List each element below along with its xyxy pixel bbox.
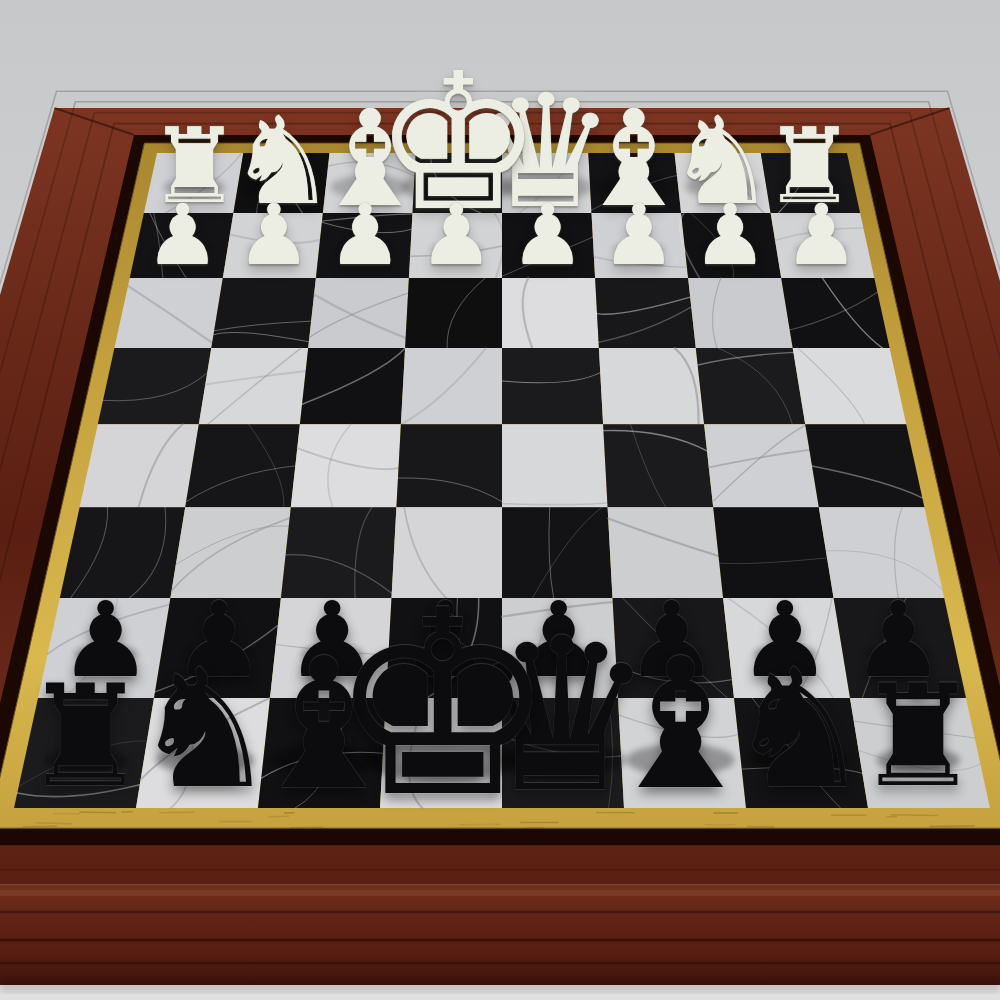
gold-texture-line [23, 826, 57, 827]
piece-white-pawn-e2[interactable]: ♟ [456, 259, 531, 343]
piece-black-rook-h8[interactable]: ♜ [86, 776, 212, 916]
piece-white-pawn-b2[interactable]: ♟ [730, 259, 805, 343]
square-h5[interactable] [80, 424, 199, 507]
gold-texture-line [36, 823, 72, 824]
square-h4[interactable] [98, 348, 212, 424]
square-f4[interactable] [300, 348, 405, 424]
square-a5[interactable] [805, 424, 924, 507]
piece-black-knight-g8[interactable]: ♞ [205, 776, 352, 940]
white-pawn-glyph: ♟ [145, 194, 220, 278]
scene-background: ♜♞♝♛♚♝♞♜♟♟♟♟♟♟♟♟♟♟♟♟♟♟♟♟♜♞♝♛♚♝♞♜ [0, 0, 1000, 1000]
piece-white-pawn-g2[interactable]: ♟ [274, 259, 349, 343]
piece-white-pawn-d2[interactable]: ♟ [548, 259, 623, 343]
piece-white-pawn-a2[interactable]: ♟ [821, 259, 896, 343]
piece-white-pawn-h2[interactable]: ♟ [183, 259, 258, 343]
piece-white-pawn-c2[interactable]: ♟ [639, 259, 714, 343]
black-rook-glyph: ♜ [23, 666, 149, 806]
square-g5[interactable] [185, 424, 300, 507]
square-e5[interactable] [396, 424, 502, 507]
square-c5[interactable] [603, 424, 713, 507]
square-f5[interactable] [291, 424, 401, 507]
piece-white-pawn-f2[interactable]: ♟ [365, 259, 440, 343]
square-d5[interactable] [502, 424, 608, 507]
